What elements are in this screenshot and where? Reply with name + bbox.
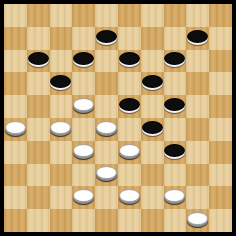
square-6[interactable] — [4, 27, 27, 50]
light-square-r10c4 — [72, 209, 95, 232]
light-square-r6c6 — [118, 118, 141, 141]
draughts-board — [0, 0, 236, 236]
light-square-r4c2 — [27, 72, 50, 95]
square-27[interactable] — [50, 118, 73, 141]
square-43[interactable] — [118, 186, 141, 209]
light-square-r8c2 — [27, 164, 50, 187]
square-17[interactable] — [50, 72, 73, 95]
light-square-r7c1 — [4, 141, 27, 164]
square-20[interactable] — [186, 72, 209, 95]
light-square-r10c10 — [209, 209, 232, 232]
light-square-r2c6 — [118, 27, 141, 50]
light-square-r6c4 — [72, 118, 95, 141]
black-man-square-13[interactable] — [119, 52, 140, 65]
square-10[interactable] — [186, 27, 209, 50]
square-23[interactable] — [118, 95, 141, 118]
light-square-r1c7 — [141, 4, 164, 27]
black-man-square-29[interactable] — [142, 121, 163, 134]
light-square-r9c1 — [4, 186, 27, 209]
square-22[interactable] — [72, 95, 95, 118]
light-square-r1c1 — [4, 4, 27, 27]
square-26[interactable] — [4, 118, 27, 141]
light-square-r1c3 — [50, 4, 73, 27]
light-square-r3c7 — [141, 50, 164, 73]
black-man-square-14[interactable] — [164, 52, 185, 65]
square-14[interactable] — [164, 50, 187, 73]
light-square-r8c6 — [118, 164, 141, 187]
square-3[interactable] — [118, 4, 141, 27]
light-square-r7c7 — [141, 141, 164, 164]
square-40[interactable] — [186, 164, 209, 187]
white-man-square-44[interactable] — [164, 189, 185, 202]
square-12[interactable] — [72, 50, 95, 73]
white-man-square-26[interactable] — [5, 121, 26, 134]
board-grid — [4, 4, 232, 232]
white-man-square-28[interactable] — [96, 121, 117, 134]
square-19[interactable] — [141, 72, 164, 95]
square-5[interactable] — [209, 4, 232, 27]
square-9[interactable] — [141, 27, 164, 50]
square-35[interactable] — [209, 141, 232, 164]
square-39[interactable] — [141, 164, 164, 187]
light-square-r5c7 — [141, 95, 164, 118]
square-1[interactable] — [27, 4, 50, 27]
light-square-r2c2 — [27, 27, 50, 50]
light-square-r9c5 — [95, 186, 118, 209]
white-man-square-33[interactable] — [119, 144, 140, 157]
square-25[interactable] — [209, 95, 232, 118]
light-square-r3c9 — [186, 50, 209, 73]
light-square-r7c3 — [50, 141, 73, 164]
square-21[interactable] — [27, 95, 50, 118]
white-man-square-50[interactable] — [187, 212, 208, 225]
black-man-square-24[interactable] — [164, 98, 185, 111]
light-square-r1c5 — [95, 4, 118, 27]
white-man-square-42[interactable] — [73, 189, 94, 202]
square-29[interactable] — [141, 118, 164, 141]
light-square-r4c4 — [72, 72, 95, 95]
light-square-r7c9 — [186, 141, 209, 164]
square-18[interactable] — [95, 72, 118, 95]
light-square-r8c10 — [209, 164, 232, 187]
square-49[interactable] — [141, 209, 164, 232]
light-square-r5c3 — [50, 95, 73, 118]
square-28[interactable] — [95, 118, 118, 141]
light-square-r5c1 — [4, 95, 27, 118]
black-man-square-34[interactable] — [164, 144, 185, 157]
light-square-r10c2 — [27, 209, 50, 232]
light-square-r5c5 — [95, 95, 118, 118]
light-square-r6c2 — [27, 118, 50, 141]
square-11[interactable] — [27, 50, 50, 73]
light-square-r5c9 — [186, 95, 209, 118]
light-square-r3c1 — [4, 50, 27, 73]
light-square-r10c8 — [164, 209, 187, 232]
square-47[interactable] — [50, 209, 73, 232]
light-square-r9c3 — [50, 186, 73, 209]
square-46[interactable] — [4, 209, 27, 232]
black-man-square-23[interactable] — [119, 98, 140, 111]
square-45[interactable] — [209, 186, 232, 209]
light-square-r4c8 — [164, 72, 187, 95]
square-16[interactable] — [4, 72, 27, 95]
square-8[interactable] — [95, 27, 118, 50]
light-square-r8c4 — [72, 164, 95, 187]
light-square-r4c6 — [118, 72, 141, 95]
white-man-square-27[interactable] — [50, 121, 71, 134]
white-man-square-22[interactable] — [73, 98, 94, 111]
square-32[interactable] — [72, 141, 95, 164]
black-man-square-11[interactable] — [28, 52, 49, 65]
black-man-square-17[interactable] — [50, 75, 71, 88]
square-44[interactable] — [164, 186, 187, 209]
square-37[interactable] — [50, 164, 73, 187]
light-square-r6c8 — [164, 118, 187, 141]
square-13[interactable] — [118, 50, 141, 73]
light-square-r9c9 — [186, 186, 209, 209]
light-square-r4c10 — [209, 72, 232, 95]
square-4[interactable] — [164, 4, 187, 27]
black-man-square-10[interactable] — [187, 30, 208, 43]
square-31[interactable] — [27, 141, 50, 164]
white-man-square-38[interactable] — [96, 166, 117, 179]
light-square-r9c7 — [141, 186, 164, 209]
square-48[interactable] — [95, 209, 118, 232]
light-square-r8c8 — [164, 164, 187, 187]
square-24[interactable] — [164, 95, 187, 118]
light-square-r2c8 — [164, 27, 187, 50]
square-36[interactable] — [4, 164, 27, 187]
square-30[interactable] — [186, 118, 209, 141]
light-square-r3c3 — [50, 50, 73, 73]
square-42[interactable] — [72, 186, 95, 209]
white-man-square-43[interactable] — [119, 189, 140, 202]
square-34[interactable] — [164, 141, 187, 164]
light-square-r3c5 — [95, 50, 118, 73]
square-50[interactable] — [186, 209, 209, 232]
light-square-r2c4 — [72, 27, 95, 50]
light-square-r10c6 — [118, 209, 141, 232]
black-man-square-12[interactable] — [73, 52, 94, 65]
white-man-square-32[interactable] — [73, 144, 94, 157]
square-7[interactable] — [50, 27, 73, 50]
light-square-r2c10 — [209, 27, 232, 50]
light-square-r7c5 — [95, 141, 118, 164]
square-41[interactable] — [27, 186, 50, 209]
square-38[interactable] — [95, 164, 118, 187]
square-2[interactable] — [72, 4, 95, 27]
black-man-square-8[interactable] — [96, 30, 117, 43]
square-33[interactable] — [118, 141, 141, 164]
light-square-r1c9 — [186, 4, 209, 27]
square-15[interactable] — [209, 50, 232, 73]
light-square-r6c10 — [209, 118, 232, 141]
black-man-square-19[interactable] — [142, 75, 163, 88]
